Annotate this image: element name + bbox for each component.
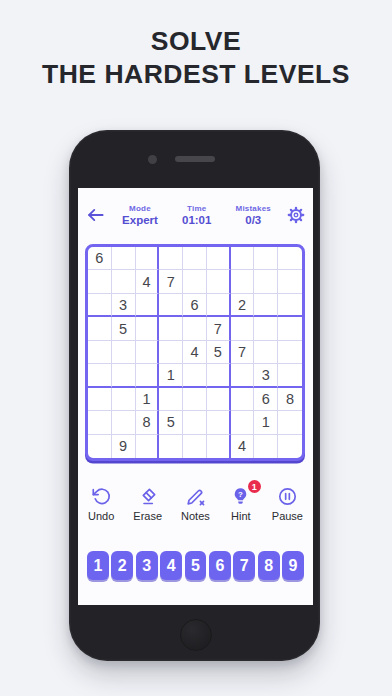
- sudoku-cell-r2c5[interactable]: [183, 270, 207, 293]
- sudoku-cell-r8c2[interactable]: [112, 411, 136, 434]
- mode-label: Mode: [129, 204, 151, 213]
- back-button[interactable]: [86, 207, 110, 223]
- sudoku-cell-r5c6[interactable]: 5: [207, 341, 231, 364]
- sudoku-cell-r3c7[interactable]: 2: [231, 294, 255, 317]
- sudoku-cell-r9c5[interactable]: [183, 435, 207, 458]
- sudoku-cell-r4c6[interactable]: 7: [207, 317, 231, 340]
- numpad-button-2[interactable]: 2: [111, 551, 133, 580]
- sudoku-cell-r6c2[interactable]: [112, 364, 136, 387]
- sudoku-cell-r2c7[interactable]: [231, 270, 255, 293]
- sudoku-cell-r9c6[interactable]: [207, 435, 231, 458]
- numpad-button-5[interactable]: 5: [185, 551, 207, 580]
- mistakes-label: Mistakes: [236, 204, 271, 213]
- sudoku-cell-r4c9[interactable]: [278, 317, 302, 340]
- sudoku-cell-r8c5[interactable]: [183, 411, 207, 434]
- home-button: [180, 619, 212, 651]
- undo-button[interactable]: Undo: [88, 484, 114, 522]
- sudoku-cell-r6c8[interactable]: 3: [254, 364, 278, 387]
- sudoku-cell-r7c3[interactable]: 1: [136, 388, 160, 411]
- sudoku-cell-r3c1[interactable]: [88, 294, 112, 317]
- sudoku-cell-r8c6[interactable]: [207, 411, 231, 434]
- sudoku-cell-r1c4[interactable]: [159, 247, 183, 270]
- notes-button[interactable]: Notes: [181, 484, 210, 522]
- undo-icon: [89, 484, 113, 508]
- sudoku-cell-r2c4[interactable]: 7: [159, 270, 183, 293]
- svg-text:?: ?: [238, 490, 243, 499]
- sudoku-cell-r2c6[interactable]: [207, 270, 231, 293]
- erase-button[interactable]: Erase: [133, 484, 162, 522]
- numpad: 123456789: [87, 551, 304, 580]
- hint-badge: 1: [248, 480, 261, 493]
- front-camera-icon: [148, 155, 157, 164]
- sudoku-cell-r8c1[interactable]: [88, 411, 112, 434]
- title-line-2: THE HARDEST LEVELS: [0, 58, 392, 91]
- sudoku-cell-r6c6[interactable]: [207, 364, 231, 387]
- sudoku-cell-r4c4[interactable]: [159, 317, 183, 340]
- undo-label: Undo: [88, 510, 114, 522]
- sudoku-cell-r7c9[interactable]: 8: [278, 388, 302, 411]
- phone-frame: Mode Expert Time 01:01 Mistakes 0/3: [69, 130, 320, 661]
- sudoku-cell-r1c2[interactable]: [112, 247, 136, 270]
- numpad-button-8[interactable]: 8: [258, 551, 280, 580]
- title-line-1: SOLVE: [0, 25, 392, 58]
- sudoku-cell-r1c6[interactable]: [207, 247, 231, 270]
- sudoku-cell-r6c1[interactable]: [88, 364, 112, 387]
- header-stats: Mode Expert Time 01:01 Mistakes 0/3: [110, 204, 283, 226]
- pause-button[interactable]: Pause: [272, 484, 303, 522]
- sudoku-cell-r5c4[interactable]: [159, 341, 183, 364]
- sudoku-cell-r5c2[interactable]: [112, 341, 136, 364]
- sudoku-board: 647362574571316885194: [85, 244, 305, 461]
- sudoku-cell-r7c5[interactable]: [183, 388, 207, 411]
- sudoku-cell-r8c7[interactable]: [231, 411, 255, 434]
- hint-bulb-icon: ? 1: [229, 484, 253, 508]
- sudoku-cell-r2c1[interactable]: [88, 270, 112, 293]
- sudoku-cell-r1c9[interactable]: [278, 247, 302, 270]
- earpiece-speaker: [175, 156, 215, 162]
- settings-button[interactable]: [283, 206, 305, 224]
- sudoku-cell-r6c3[interactable]: [136, 364, 160, 387]
- sudoku-cell-r7c2[interactable]: [112, 388, 136, 411]
- toolbar: Undo Erase: [88, 484, 303, 522]
- sudoku-cell-r4c2[interactable]: 5: [112, 317, 136, 340]
- sudoku-cell-r6c5[interactable]: [183, 364, 207, 387]
- sudoku-cell-r4c5[interactable]: [183, 317, 207, 340]
- sudoku-cell-r1c1[interactable]: 6: [88, 247, 112, 270]
- sudoku-cell-r4c1[interactable]: [88, 317, 112, 340]
- sudoku-cell-r9c1[interactable]: [88, 435, 112, 458]
- sudoku-cell-r7c4[interactable]: [159, 388, 183, 411]
- app-store-screenshot: SOLVE THE HARDEST LEVELS Mode Expert: [0, 0, 392, 696]
- sudoku-cell-r2c8[interactable]: [254, 270, 278, 293]
- sudoku-cell-r3c3[interactable]: [136, 294, 160, 317]
- sudoku-cell-r7c8[interactable]: 6: [254, 388, 278, 411]
- sudoku-cell-r4c7[interactable]: [231, 317, 255, 340]
- sudoku-cell-r5c1[interactable]: [88, 341, 112, 364]
- pause-label: Pause: [272, 510, 303, 522]
- sudoku-cell-r3c6[interactable]: [207, 294, 231, 317]
- sudoku-cell-r5c7[interactable]: 7: [231, 341, 255, 364]
- erase-label: Erase: [133, 510, 162, 522]
- sudoku-cell-r3c5[interactable]: 6: [183, 294, 207, 317]
- sudoku-cell-r9c7[interactable]: 4: [231, 435, 255, 458]
- numpad-button-9[interactable]: 9: [282, 551, 304, 580]
- sudoku-cell-r6c4[interactable]: 1: [159, 364, 183, 387]
- sudoku-cell-r9c2[interactable]: 9: [112, 435, 136, 458]
- sudoku-cell-r7c7[interactable]: [231, 388, 255, 411]
- hint-label: Hint: [231, 510, 251, 522]
- sudoku-cell-r6c7[interactable]: [231, 364, 255, 387]
- sudoku-cell-r5c9[interactable]: [278, 341, 302, 364]
- sudoku-cell-r8c3[interactable]: 8: [136, 411, 160, 434]
- sudoku-cell-r1c8[interactable]: [254, 247, 278, 270]
- sudoku-cell-r4c3[interactable]: [136, 317, 160, 340]
- sudoku-cell-r1c7[interactable]: [231, 247, 255, 270]
- game-screen: Mode Expert Time 01:01 Mistakes 0/3: [78, 188, 313, 605]
- notes-icon: [183, 484, 207, 508]
- sudoku-cell-r5c8[interactable]: [254, 341, 278, 364]
- sudoku-cell-r3c9[interactable]: [278, 294, 302, 317]
- sudoku-cell-r4c8[interactable]: [254, 317, 278, 340]
- sudoku-cell-r9c9[interactable]: [278, 435, 302, 458]
- erase-icon: [136, 484, 160, 508]
- time-label: Time: [187, 204, 206, 213]
- sudoku-cell-r3c2[interactable]: 3: [112, 294, 136, 317]
- mistakes-value: 0/3: [245, 214, 261, 226]
- sudoku-cell-r9c3[interactable]: [136, 435, 160, 458]
- sudoku-cell-r5c3[interactable]: [136, 341, 160, 364]
- numpad-button-6[interactable]: 6: [209, 551, 231, 580]
- sudoku-cell-r8c4[interactable]: 5: [159, 411, 183, 434]
- sudoku-cell-r2c2[interactable]: [112, 270, 136, 293]
- game-header: Mode Expert Time 01:01 Mistakes 0/3: [86, 196, 305, 234]
- sudoku-cell-r3c4[interactable]: [159, 294, 183, 317]
- numpad-button-4[interactable]: 4: [160, 551, 182, 580]
- sudoku-cell-r9c4[interactable]: [159, 435, 183, 458]
- sudoku-cell-r3c8[interactable]: [254, 294, 278, 317]
- back-arrow-icon: [86, 207, 105, 223]
- notes-label: Notes: [181, 510, 210, 522]
- sudoku-cell-r9c8[interactable]: [254, 435, 278, 458]
- sudoku-cell-r2c9[interactable]: [278, 270, 302, 293]
- numpad-button-1[interactable]: 1: [87, 551, 109, 580]
- sudoku-cell-r6c9[interactable]: [278, 364, 302, 387]
- time-stat: Time 01:01: [182, 204, 211, 226]
- sudoku-cell-r1c3[interactable]: [136, 247, 160, 270]
- sudoku-cell-r7c1[interactable]: [88, 388, 112, 411]
- time-value: 01:01: [182, 214, 211, 226]
- numpad-button-3[interactable]: 3: [136, 551, 158, 580]
- sudoku-cell-r8c8[interactable]: 1: [254, 411, 278, 434]
- sudoku-cell-r5c5[interactable]: 4: [183, 341, 207, 364]
- sudoku-cell-r8c9[interactable]: [278, 411, 302, 434]
- sudoku-cell-r7c6[interactable]: [207, 388, 231, 411]
- sudoku-cell-r2c3[interactable]: 4: [136, 270, 160, 293]
- gear-icon: [287, 206, 305, 224]
- mistakes-stat: Mistakes 0/3: [236, 204, 271, 226]
- sudoku-cell-r1c5[interactable]: [183, 247, 207, 270]
- numpad-button-7[interactable]: 7: [233, 551, 255, 580]
- mode-value: Expert: [122, 214, 158, 226]
- pause-icon: [275, 484, 299, 508]
- page-title: SOLVE THE HARDEST LEVELS: [0, 25, 392, 91]
- hint-button[interactable]: ? 1 Hint: [229, 484, 253, 522]
- mode-stat: Mode Expert: [122, 204, 158, 226]
